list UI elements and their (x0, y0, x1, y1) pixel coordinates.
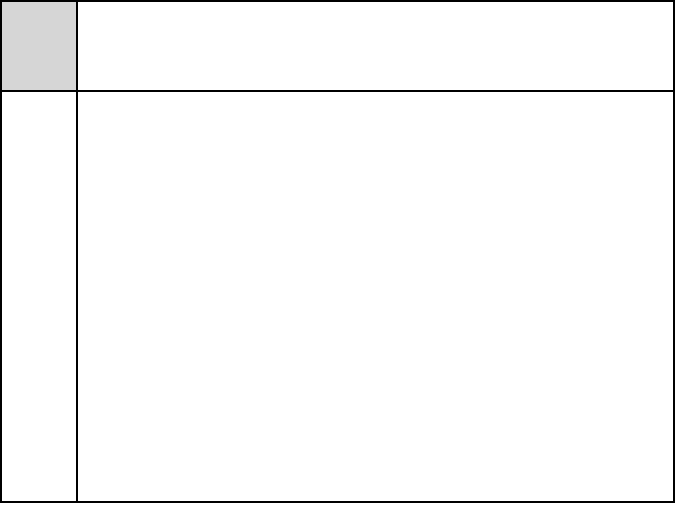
nonogram-page (0, 0, 675, 514)
clue-corner (0, 0, 78, 92)
row-clues (0, 92, 78, 503)
column-clues (78, 0, 675, 92)
puzzle-board (78, 92, 675, 503)
